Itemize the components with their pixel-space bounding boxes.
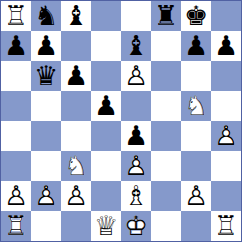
white-pawn-outline-icon: ♙ bbox=[181, 181, 211, 211]
black-rook-icon: ♜ bbox=[151, 1, 181, 31]
piece-white-bishop[interactable]: ♝♗ bbox=[121, 181, 151, 211]
square-a1[interactable]: ♜♖ bbox=[1, 211, 31, 241]
square-a5[interactable] bbox=[1, 91, 31, 121]
piece-white-pawn[interactable]: ♟♙ bbox=[211, 121, 241, 151]
piece-black-pawn[interactable]: ♟ bbox=[31, 31, 61, 61]
piece-black-bishop[interactable]: ♝ bbox=[61, 1, 91, 31]
square-f6[interactable] bbox=[151, 61, 181, 91]
square-b5[interactable] bbox=[31, 91, 61, 121]
square-e4[interactable]: ♟ bbox=[121, 121, 151, 151]
black-pawn-icon: ♟ bbox=[211, 31, 241, 61]
square-h4[interactable]: ♟♙ bbox=[211, 121, 241, 151]
square-g4[interactable] bbox=[181, 121, 211, 151]
square-b6[interactable]: ♛ bbox=[31, 61, 61, 91]
piece-black-pawn[interactable]: ♟ bbox=[211, 31, 241, 61]
piece-white-pawn[interactable]: ♟♙ bbox=[1, 181, 31, 211]
white-pawn-outline-icon: ♙ bbox=[121, 151, 151, 181]
piece-white-pawn[interactable]: ♟♙ bbox=[61, 181, 91, 211]
square-d8[interactable] bbox=[91, 1, 121, 31]
square-d6[interactable] bbox=[91, 61, 121, 91]
white-rook-outline-icon: ♖ bbox=[1, 1, 31, 31]
square-h3[interactable] bbox=[211, 151, 241, 181]
square-c4[interactable] bbox=[61, 121, 91, 151]
piece-black-pawn[interactable]: ♟ bbox=[1, 31, 31, 61]
white-bishop-outline-icon: ♗ bbox=[121, 181, 151, 211]
white-rook-outline-icon: ♖ bbox=[211, 211, 241, 241]
square-a8[interactable]: ♜♖ bbox=[1, 1, 31, 31]
square-f2[interactable] bbox=[151, 181, 181, 211]
square-f3[interactable] bbox=[151, 151, 181, 181]
square-f4[interactable] bbox=[151, 121, 181, 151]
square-g7[interactable]: ♟ bbox=[181, 31, 211, 61]
chess-board: ♜♖♞♝♜♚♟♟♝♟♟♛♟♟♙♟♞♘♟♟♙♞♘♟♙♟♙♟♙♟♙♝♗♟♙♜♖♛♕♚… bbox=[1, 1, 241, 241]
black-queen-icon: ♛ bbox=[31, 61, 61, 91]
square-g1[interactable] bbox=[181, 211, 211, 241]
square-b7[interactable]: ♟ bbox=[31, 31, 61, 61]
square-c1[interactable] bbox=[61, 211, 91, 241]
white-queen-outline-icon: ♕ bbox=[91, 211, 121, 241]
white-knight-outline-icon: ♘ bbox=[61, 151, 91, 181]
square-d3[interactable] bbox=[91, 151, 121, 181]
square-d2[interactable] bbox=[91, 181, 121, 211]
square-c5[interactable] bbox=[61, 91, 91, 121]
square-a7[interactable]: ♟ bbox=[1, 31, 31, 61]
white-pawn-outline-icon: ♙ bbox=[211, 121, 241, 151]
square-a4[interactable] bbox=[1, 121, 31, 151]
square-c3[interactable]: ♞♘ bbox=[61, 151, 91, 181]
black-pawn-icon: ♟ bbox=[121, 121, 151, 151]
square-g5[interactable]: ♞♘ bbox=[181, 91, 211, 121]
square-f7[interactable] bbox=[151, 31, 181, 61]
square-d7[interactable] bbox=[91, 31, 121, 61]
square-h5[interactable] bbox=[211, 91, 241, 121]
square-g6[interactable] bbox=[181, 61, 211, 91]
square-g8[interactable]: ♚ bbox=[181, 1, 211, 31]
piece-white-knight[interactable]: ♞♘ bbox=[61, 151, 91, 181]
piece-white-rook[interactable]: ♜♖ bbox=[211, 211, 241, 241]
square-g2[interactable]: ♟♙ bbox=[181, 181, 211, 211]
piece-black-knight[interactable]: ♞ bbox=[31, 1, 61, 31]
piece-black-pawn[interactable]: ♟ bbox=[181, 31, 211, 61]
square-e3[interactable]: ♟♙ bbox=[121, 151, 151, 181]
piece-black-pawn[interactable]: ♟ bbox=[121, 121, 151, 151]
white-pawn-outline-icon: ♙ bbox=[121, 61, 151, 91]
square-a6[interactable] bbox=[1, 61, 31, 91]
square-f5[interactable] bbox=[151, 91, 181, 121]
white-pawn-outline-icon: ♙ bbox=[1, 181, 31, 211]
square-h8[interactable] bbox=[211, 1, 241, 31]
white-rook-outline-icon: ♖ bbox=[1, 211, 31, 241]
square-e7[interactable]: ♝ bbox=[121, 31, 151, 61]
square-b4[interactable] bbox=[31, 121, 61, 151]
piece-black-rook[interactable]: ♜ bbox=[151, 1, 181, 31]
piece-white-queen[interactable]: ♛♕ bbox=[91, 211, 121, 241]
piece-white-pawn[interactable]: ♟♙ bbox=[31, 181, 61, 211]
square-b1[interactable] bbox=[31, 211, 61, 241]
piece-black-bishop[interactable]: ♝ bbox=[121, 31, 151, 61]
square-d1[interactable]: ♛♕ bbox=[91, 211, 121, 241]
square-b2[interactable]: ♟♙ bbox=[31, 181, 61, 211]
black-bishop-icon: ♝ bbox=[121, 31, 151, 61]
square-e6[interactable]: ♟♙ bbox=[121, 61, 151, 91]
square-f8[interactable]: ♜ bbox=[151, 1, 181, 31]
black-king-icon: ♚ bbox=[181, 1, 211, 31]
piece-white-pawn[interactable]: ♟♙ bbox=[121, 151, 151, 181]
piece-black-king[interactable]: ♚ bbox=[181, 1, 211, 31]
piece-black-pawn[interactable]: ♟ bbox=[61, 61, 91, 91]
square-b3[interactable] bbox=[31, 151, 61, 181]
square-h1[interactable]: ♜♖ bbox=[211, 211, 241, 241]
square-e5[interactable] bbox=[121, 91, 151, 121]
piece-white-king[interactable]: ♚♔ bbox=[121, 211, 151, 241]
square-c7[interactable] bbox=[61, 31, 91, 61]
black-pawn-icon: ♟ bbox=[1, 31, 31, 61]
square-e2[interactable]: ♝♗ bbox=[121, 181, 151, 211]
white-pawn-outline-icon: ♙ bbox=[61, 181, 91, 211]
black-pawn-icon: ♟ bbox=[31, 31, 61, 61]
black-pawn-icon: ♟ bbox=[181, 31, 211, 61]
square-d5[interactable]: ♟ bbox=[91, 91, 121, 121]
square-d4[interactable] bbox=[91, 121, 121, 151]
white-knight-outline-icon: ♘ bbox=[181, 91, 211, 121]
square-h7[interactable]: ♟ bbox=[211, 31, 241, 61]
piece-white-pawn[interactable]: ♟♙ bbox=[181, 181, 211, 211]
black-pawn-icon: ♟ bbox=[61, 61, 91, 91]
chess-board-frame: ♜♖♞♝♜♚♟♟♝♟♟♛♟♟♙♟♞♘♟♟♙♞♘♟♙♟♙♟♙♟♙♝♗♟♙♜♖♛♕♚… bbox=[0, 0, 242, 242]
square-e8[interactable] bbox=[121, 1, 151, 31]
white-king-outline-icon: ♔ bbox=[121, 211, 151, 241]
square-c8[interactable]: ♝ bbox=[61, 1, 91, 31]
white-pawn-outline-icon: ♙ bbox=[31, 181, 61, 211]
square-c6[interactable]: ♟ bbox=[61, 61, 91, 91]
square-b8[interactable]: ♞ bbox=[31, 1, 61, 31]
square-f1[interactable] bbox=[151, 211, 181, 241]
square-c2[interactable]: ♟♙ bbox=[61, 181, 91, 211]
piece-white-rook[interactable]: ♜♖ bbox=[1, 211, 31, 241]
square-a2[interactable]: ♟♙ bbox=[1, 181, 31, 211]
black-pawn-icon: ♟ bbox=[91, 91, 121, 121]
square-h6[interactable] bbox=[211, 61, 241, 91]
black-bishop-icon: ♝ bbox=[61, 1, 91, 31]
piece-black-queen[interactable]: ♛ bbox=[31, 61, 61, 91]
square-h2[interactable] bbox=[211, 181, 241, 211]
square-g3[interactable] bbox=[181, 151, 211, 181]
black-knight-icon: ♞ bbox=[31, 1, 61, 31]
piece-white-rook[interactable]: ♜♖ bbox=[1, 1, 31, 31]
piece-white-pawn[interactable]: ♟♙ bbox=[121, 61, 151, 91]
square-e1[interactable]: ♚♔ bbox=[121, 211, 151, 241]
piece-black-pawn[interactable]: ♟ bbox=[91, 91, 121, 121]
square-a3[interactable] bbox=[1, 151, 31, 181]
piece-white-knight[interactable]: ♞♘ bbox=[181, 91, 211, 121]
